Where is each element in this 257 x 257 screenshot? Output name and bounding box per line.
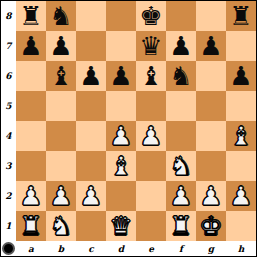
piece-black-rook[interactable]: ♜ [229,3,252,29]
square-e4[interactable]: ♟ [136,121,166,151]
square-c6[interactable]: ♟ [76,61,106,91]
piece-black-knight[interactable]: ♞ [169,63,192,89]
square-a6[interactable] [16,61,46,91]
piece-black-king[interactable]: ♚ [139,3,162,29]
file-label-f: f [166,241,196,256]
square-h2[interactable]: ♟ [226,181,256,211]
square-b6[interactable]: ♝ [46,61,76,91]
piece-black-rook[interactable]: ♜ [19,3,42,29]
file-label-d: d [106,241,136,256]
square-h5[interactable] [226,91,256,121]
piece-black-queen[interactable]: ♛ [139,33,162,59]
piece-white-king[interactable]: ♚ [199,213,222,239]
square-c8[interactable] [76,1,106,31]
piece-white-pawn[interactable]: ♟ [109,123,132,149]
piece-white-pawn[interactable]: ♟ [199,183,222,209]
square-h4[interactable]: ♝ [226,121,256,151]
square-g3[interactable] [196,151,226,181]
square-d3[interactable]: ♝ [106,151,136,181]
piece-white-pawn[interactable]: ♟ [139,123,162,149]
square-c3[interactable] [76,151,106,181]
square-g5[interactable] [196,91,226,121]
square-a1[interactable]: ♜ [16,211,46,241]
piece-black-pawn[interactable]: ♟ [79,63,102,89]
square-c1[interactable] [76,211,106,241]
square-a3[interactable] [16,151,46,181]
rank-label-5: 5 [1,91,16,121]
square-g2[interactable]: ♟ [196,181,226,211]
square-h7[interactable] [226,31,256,61]
piece-white-knight[interactable]: ♞ [169,153,192,179]
piece-white-queen[interactable]: ♛ [109,213,132,239]
piece-white-pawn[interactable]: ♟ [169,183,192,209]
square-c4[interactable] [76,121,106,151]
square-g4[interactable] [196,121,226,151]
piece-white-bishop[interactable]: ♝ [229,123,252,149]
piece-white-rook[interactable]: ♜ [169,213,192,239]
piece-black-knight[interactable]: ♞ [49,3,72,29]
piece-white-pawn[interactable]: ♟ [229,183,252,209]
square-h6[interactable]: ♟ [226,61,256,91]
piece-white-knight[interactable]: ♞ [49,213,72,239]
piece-black-bishop[interactable]: ♝ [139,63,162,89]
square-f6[interactable]: ♞ [166,61,196,91]
square-e6[interactable]: ♝ [136,61,166,91]
square-e5[interactable] [136,91,166,121]
file-label-h: h [226,241,256,256]
chess-board: 8♜♞♚♜7♟♟♛♟♟6♝♟♟♝♞♟54♟♟♝3♝♞2♟♟♟♟♟♟1♜♞♛♜♚a… [1,1,256,256]
square-f3[interactable]: ♞ [166,151,196,181]
piece-black-pawn[interactable]: ♟ [169,33,192,59]
square-d5[interactable] [106,91,136,121]
square-g1[interactable]: ♚ [196,211,226,241]
square-b8[interactable]: ♞ [46,1,76,31]
piece-white-bishop[interactable]: ♝ [109,153,132,179]
square-b4[interactable] [46,121,76,151]
square-d1[interactable]: ♛ [106,211,136,241]
rank-label-3: 3 [1,151,16,181]
square-e3[interactable] [136,151,166,181]
square-f1[interactable]: ♜ [166,211,196,241]
square-b5[interactable] [46,91,76,121]
file-label-a: a [16,241,46,256]
piece-black-pawn[interactable]: ♟ [109,63,132,89]
square-g8[interactable] [196,1,226,31]
file-label-c: c [76,241,106,256]
square-h3[interactable] [226,151,256,181]
square-e2[interactable] [136,181,166,211]
square-e8[interactable]: ♚ [136,1,166,31]
square-c5[interactable] [76,91,106,121]
square-d8[interactable] [106,1,136,31]
square-g7[interactable]: ♟ [196,31,226,61]
piece-black-pawn[interactable]: ♟ [49,33,72,59]
square-c2[interactable]: ♟ [76,181,106,211]
square-d4[interactable]: ♟ [106,121,136,151]
piece-white-pawn[interactable]: ♟ [49,183,72,209]
square-d2[interactable] [106,181,136,211]
piece-white-pawn[interactable]: ♟ [19,183,42,209]
square-a5[interactable] [16,91,46,121]
square-a2[interactable]: ♟ [16,181,46,211]
square-b3[interactable] [46,151,76,181]
square-g6[interactable] [196,61,226,91]
rank-label-7: 7 [1,31,16,61]
square-b1[interactable]: ♞ [46,211,76,241]
piece-white-pawn[interactable]: ♟ [79,183,102,209]
rank-label-4: 4 [1,121,16,151]
piece-black-pawn[interactable]: ♟ [199,33,222,59]
square-f2[interactable]: ♟ [166,181,196,211]
piece-black-pawn[interactable]: ♟ [229,63,252,89]
rank-label-1: 1 [1,211,16,241]
square-f8[interactable] [166,1,196,31]
square-h1[interactable] [226,211,256,241]
square-f5[interactable] [166,91,196,121]
board-corner [1,241,16,256]
square-c7[interactable] [76,31,106,61]
rank-label-6: 6 [1,61,16,91]
square-a8[interactable]: ♜ [16,1,46,31]
square-e7[interactable]: ♛ [136,31,166,61]
square-d6[interactable]: ♟ [106,61,136,91]
file-label-b: b [46,241,76,256]
square-f4[interactable] [166,121,196,151]
rank-label-8: 8 [1,1,16,31]
black-to-move-indicator [2,242,15,255]
square-b2[interactable]: ♟ [46,181,76,211]
rank-label-2: 2 [1,181,16,211]
piece-black-pawn[interactable]: ♟ [19,33,42,59]
square-d7[interactable] [106,31,136,61]
file-label-e: e [136,241,166,256]
piece-white-rook[interactable]: ♜ [19,213,42,239]
chess-diagram: 8♜♞♚♜7♟♟♛♟♟6♝♟♟♝♞♟54♟♟♝3♝♞2♟♟♟♟♟♟1♜♞♛♜♚a… [0,0,257,257]
square-f7[interactable]: ♟ [166,31,196,61]
square-b7[interactable]: ♟ [46,31,76,61]
square-a7[interactable]: ♟ [16,31,46,61]
square-a4[interactable] [16,121,46,151]
square-h8[interactable]: ♜ [226,1,256,31]
square-e1[interactable] [136,211,166,241]
piece-black-bishop[interactable]: ♝ [49,63,72,89]
file-label-g: g [196,241,226,256]
